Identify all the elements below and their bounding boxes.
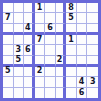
sudoku-cell-r7c3[interactable] (24, 67, 35, 77)
sudoku-cell-r2c7[interactable]: 5 (66, 13, 77, 23)
sudoku-cell-r8c3[interactable] (24, 77, 35, 87)
sudoku-cell-r3c3[interactable]: 4 (24, 24, 35, 35)
sudoku-cell-r5c1[interactable] (3, 45, 14, 55)
sudoku-cell-r2c6[interactable] (56, 13, 67, 23)
sudoku-cell-r6c8[interactable] (77, 56, 88, 67)
sudoku-cell-r4c6[interactable] (56, 35, 67, 45)
sudoku-cell-r8c9[interactable]: 3 (87, 77, 98, 87)
sudoku-cell-r7c4[interactable]: 2 (35, 67, 46, 77)
sudoku-cell-r8c8[interactable]: 4 (77, 77, 88, 87)
sudoku-cell-r6c2[interactable]: 5 (14, 56, 25, 67)
sudoku-cell-r4c4[interactable]: 7 (35, 35, 46, 45)
sudoku-cell-r3c6[interactable] (56, 24, 67, 35)
sudoku-cell-r7c5[interactable] (45, 67, 56, 77)
sudoku-cell-r9c2[interactable] (14, 88, 25, 98)
sudoku-cell-r3c4[interactable] (35, 24, 46, 35)
sudoku-cell-r6c7[interactable] (66, 56, 77, 67)
sudoku-cell-r5c5[interactable] (45, 45, 56, 55)
sudoku-cell-r2c9[interactable] (87, 13, 98, 23)
sudoku-cell-r7c6[interactable] (56, 67, 67, 77)
sudoku-board: 18754671365252436 (0, 0, 101, 101)
sudoku-cell-r4c9[interactable] (87, 35, 98, 45)
sudoku-cell-r4c1[interactable] (3, 35, 14, 45)
sudoku-cell-r6c6[interactable]: 2 (56, 56, 67, 67)
sudoku-cell-r9c6[interactable] (56, 88, 67, 98)
sudoku-cell-r1c1[interactable] (3, 3, 14, 13)
sudoku-cell-r5c4[interactable] (35, 45, 46, 55)
sudoku-cell-r1c5[interactable] (45, 3, 56, 13)
sudoku-cell-r1c7[interactable]: 8 (66, 3, 77, 13)
sudoku-cell-r1c8[interactable] (77, 3, 88, 13)
sudoku-cell-r5c9[interactable] (87, 45, 98, 55)
sudoku-cell-r8c4[interactable] (35, 77, 46, 87)
sudoku-cell-r3c2[interactable] (14, 24, 25, 35)
sudoku-cell-r9c9[interactable] (87, 88, 98, 98)
sudoku-cell-r1c3[interactable] (24, 3, 35, 13)
sudoku-cell-r6c9[interactable] (87, 56, 98, 67)
sudoku-cell-r7c2[interactable] (14, 67, 25, 77)
sudoku-cell-r2c4[interactable] (35, 13, 46, 23)
sudoku-cell-r4c8[interactable] (77, 35, 88, 45)
sudoku-cell-r8c2[interactable] (14, 77, 25, 87)
sudoku-cell-r1c4[interactable]: 1 (35, 3, 46, 13)
sudoku-cell-r1c6[interactable] (56, 3, 67, 13)
sudoku-cell-r3c9[interactable] (87, 24, 98, 35)
sudoku-cell-r5c3[interactable]: 6 (24, 45, 35, 55)
sudoku-cell-r8c7[interactable] (66, 77, 77, 87)
sudoku-cell-r3c8[interactable] (77, 24, 88, 35)
sudoku-cell-r3c1[interactable] (3, 24, 14, 35)
sudoku-cell-r7c1[interactable]: 5 (3, 67, 14, 77)
sudoku-cell-r2c2[interactable] (14, 13, 25, 23)
sudoku-cell-r3c7[interactable] (66, 24, 77, 35)
sudoku-cell-r3c5[interactable]: 6 (45, 24, 56, 35)
sudoku-cell-r8c1[interactable] (3, 77, 14, 87)
sudoku-cell-r7c8[interactable] (77, 67, 88, 77)
sudoku-cell-r9c8[interactable]: 6 (77, 88, 88, 98)
sudoku-cell-r4c5[interactable] (45, 35, 56, 45)
sudoku-cell-r2c1[interactable]: 7 (3, 13, 14, 23)
sudoku-cell-r6c3[interactable] (24, 56, 35, 67)
sudoku-cell-r6c4[interactable] (35, 56, 46, 67)
sudoku-cell-r8c6[interactable] (56, 77, 67, 87)
sudoku-cell-r8c5[interactable] (45, 77, 56, 87)
sudoku-cell-r7c7[interactable] (66, 67, 77, 77)
sudoku-cell-r1c9[interactable] (87, 3, 98, 13)
sudoku-cell-r6c1[interactable] (3, 56, 14, 67)
sudoku-cell-r4c2[interactable] (14, 35, 25, 45)
sudoku-cell-r9c5[interactable] (45, 88, 56, 98)
sudoku-cell-r6c5[interactable] (45, 56, 56, 67)
sudoku-cell-r5c7[interactable] (66, 45, 77, 55)
sudoku-cell-r9c1[interactable] (3, 88, 14, 98)
sudoku-cell-r2c8[interactable] (77, 13, 88, 23)
sudoku-cell-r9c3[interactable] (24, 88, 35, 98)
sudoku-cell-r9c4[interactable] (35, 88, 46, 98)
sudoku-cell-r7c9[interactable] (87, 67, 98, 77)
sudoku-cell-r1c2[interactable] (14, 3, 25, 13)
sudoku-cell-r5c8[interactable] (77, 45, 88, 55)
sudoku-cell-r4c7[interactable]: 1 (66, 35, 77, 45)
sudoku-cell-r4c3[interactable] (24, 35, 35, 45)
sudoku-cell-r9c7[interactable] (66, 88, 77, 98)
